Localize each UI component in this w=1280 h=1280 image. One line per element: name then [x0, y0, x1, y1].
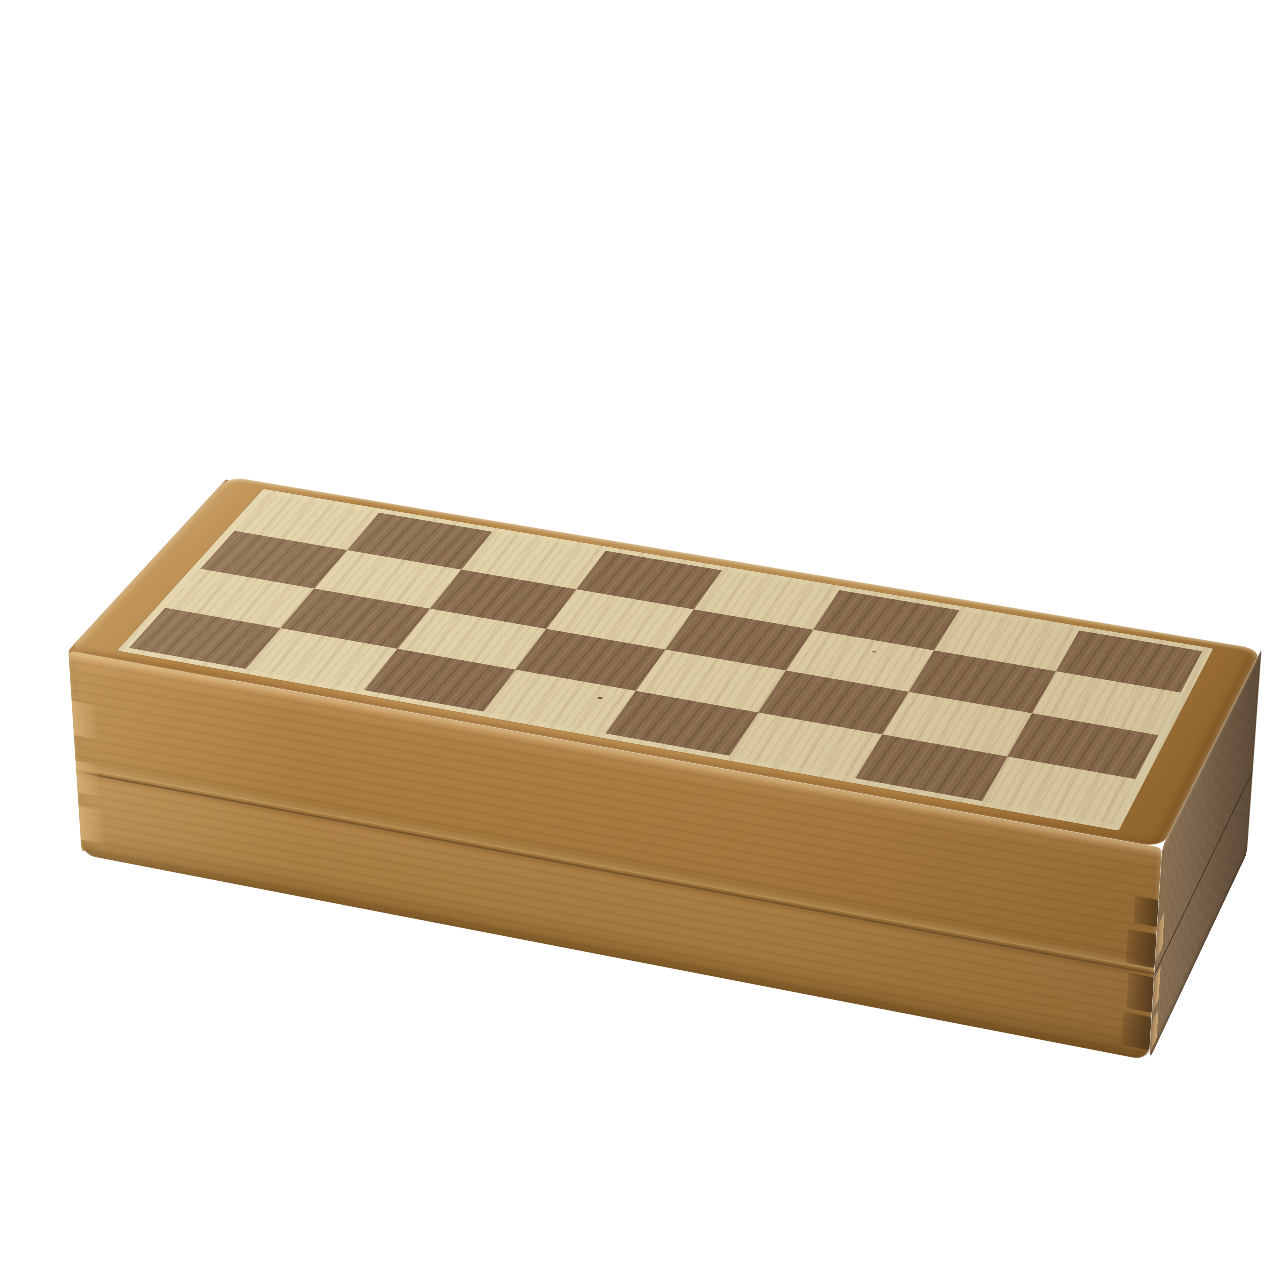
perspective-wrapper — [0, 0, 1280, 1280]
product-photo-scene — [0, 0, 1280, 1280]
square-r3c7-light — [982, 757, 1135, 825]
square-r2c6-light — [882, 692, 1032, 757]
square-r0c7-dark — [1056, 631, 1202, 693]
finger-joint-notch — [76, 761, 100, 797]
finger-joint-notch — [72, 701, 98, 740]
finger-joint-notch — [1149, 1009, 1158, 1054]
finger-joint-notch — [1121, 1012, 1151, 1051]
wood-speck — [872, 651, 877, 653]
square-r2c7-dark — [1008, 713, 1159, 779]
square-r3c4-dark — [606, 691, 758, 756]
square-r2c4-light — [636, 650, 786, 713]
square-r1c6-dark — [908, 650, 1056, 713]
finger-joint-notch — [1126, 929, 1157, 968]
square-r0c6-light — [934, 610, 1080, 671]
square-r3c2-dark — [364, 649, 516, 712]
square-r3c6-dark — [855, 734, 1008, 801]
finger-joint-notch — [1133, 896, 1158, 927]
finger-joint-notch — [1126, 973, 1154, 1013]
square-r1c7-light — [1032, 671, 1180, 735]
wood-speck — [597, 697, 603, 700]
folding-chess-box — [68, 476, 1261, 847]
square-r3c5-light — [729, 712, 882, 778]
finger-joint-notch — [79, 806, 104, 844]
square-r2c5-dark — [758, 670, 908, 734]
square-r3c3-light — [484, 670, 636, 734]
